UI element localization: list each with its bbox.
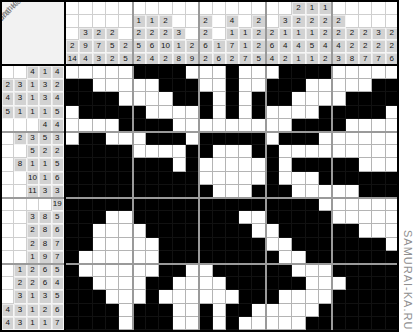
grid-cell-r8c12[interactable]	[213, 158, 226, 171]
grid-cell-r17c25[interactable]	[386, 277, 399, 290]
grid-cell-r12c2[interactable]	[79, 211, 92, 224]
grid-cell-r5c15[interactable]	[252, 119, 265, 132]
grid-cell-r7c18[interactable]	[292, 145, 305, 158]
grid-cell-r9c16[interactable]	[266, 172, 279, 185]
grid-cell-r9c18[interactable]	[292, 172, 305, 185]
grid-cell-r3c20[interactable]	[319, 92, 332, 105]
grid-cell-r15c2[interactable]	[79, 251, 92, 264]
grid-cell-r19c10[interactable]	[186, 304, 199, 317]
grid-cell-r17c3[interactable]	[93, 277, 106, 290]
grid-cell-r8c13[interactable]	[226, 158, 239, 171]
grid-cell-r12c23[interactable]	[359, 211, 372, 224]
grid-cell-r12c8[interactable]	[159, 211, 172, 224]
grid-cell-r15c20[interactable]	[319, 251, 332, 264]
grid-cell-r2c18[interactable]	[292, 79, 305, 92]
grid-cell-r17c18[interactable]	[292, 277, 305, 290]
grid-cell-r20c18[interactable]	[292, 317, 305, 330]
grid-cell-r3c2[interactable]	[79, 92, 92, 105]
grid-cell-r13c20[interactable]	[319, 224, 332, 237]
grid-cell-r11c4[interactable]	[106, 198, 119, 211]
grid-cell-r4c6[interactable]	[133, 106, 146, 119]
puzzle-grid[interactable]	[66, 66, 399, 330]
grid-cell-r20c5[interactable]	[119, 317, 132, 330]
grid-cell-r4c2[interactable]	[79, 106, 92, 119]
grid-cell-r11c12[interactable]	[213, 198, 226, 211]
grid-cell-r1c12[interactable]	[213, 66, 226, 79]
grid-cell-r13c10[interactable]	[186, 224, 199, 237]
grid-cell-r7c1[interactable]	[66, 145, 79, 158]
grid-cell-r17c16[interactable]	[266, 277, 279, 290]
grid-cell-r3c19[interactable]	[306, 92, 319, 105]
grid-cell-r10c9[interactable]	[173, 185, 186, 198]
grid-cell-r16c24[interactable]	[372, 264, 385, 277]
grid-cell-r16c15[interactable]	[252, 264, 265, 277]
grid-cell-r19c23[interactable]	[359, 304, 372, 317]
grid-cell-r7c7[interactable]	[146, 145, 159, 158]
grid-cell-r15c12[interactable]	[213, 251, 226, 264]
grid-cell-r16c11[interactable]	[199, 264, 212, 277]
grid-cell-r2c16[interactable]	[266, 79, 279, 92]
grid-cell-r16c1[interactable]	[66, 264, 79, 277]
grid-cell-r8c19[interactable]	[306, 158, 319, 171]
grid-cell-r2c15[interactable]	[252, 79, 265, 92]
grid-cell-r3c3[interactable]	[93, 92, 106, 105]
grid-cell-r5c6[interactable]	[133, 119, 146, 132]
grid-cell-r8c17[interactable]	[279, 158, 292, 171]
grid-cell-r19c4[interactable]	[106, 304, 119, 317]
grid-cell-r6c5[interactable]	[119, 132, 132, 145]
grid-cell-r14c1[interactable]	[66, 238, 79, 251]
grid-cell-r20c25[interactable]	[386, 317, 399, 330]
grid-cell-r7c5[interactable]	[119, 145, 132, 158]
grid-cell-r11c7[interactable]	[146, 198, 159, 211]
grid-cell-r18c13[interactable]	[226, 290, 239, 303]
grid-cell-r12c19[interactable]	[306, 211, 319, 224]
grid-cell-r14c7[interactable]	[146, 238, 159, 251]
grid-cell-r7c24[interactable]	[372, 145, 385, 158]
grid-cell-r7c22[interactable]	[346, 145, 359, 158]
grid-cell-r12c14[interactable]	[239, 211, 252, 224]
grid-cell-r15c7[interactable]	[146, 251, 159, 264]
grid-cell-r3c24[interactable]	[372, 92, 385, 105]
grid-cell-r5c24[interactable]	[372, 119, 385, 132]
grid-cell-r13c23[interactable]	[359, 224, 372, 237]
grid-cell-r16c23[interactable]	[359, 264, 372, 277]
grid-cell-r12c24[interactable]	[372, 211, 385, 224]
grid-cell-r19c6[interactable]	[133, 304, 146, 317]
grid-cell-r18c11[interactable]	[199, 290, 212, 303]
grid-cell-r16c10[interactable]	[186, 264, 199, 277]
grid-cell-r2c24[interactable]	[372, 79, 385, 92]
grid-cell-r19c12[interactable]	[213, 304, 226, 317]
grid-cell-r19c2[interactable]	[79, 304, 92, 317]
grid-cell-r17c6[interactable]	[133, 277, 146, 290]
grid-cell-r13c7[interactable]	[146, 224, 159, 237]
grid-cell-r4c17[interactable]	[279, 106, 292, 119]
grid-cell-r18c5[interactable]	[119, 290, 132, 303]
grid-cell-r2c12[interactable]	[213, 79, 226, 92]
grid-cell-r12c3[interactable]	[93, 211, 106, 224]
grid-cell-r3c9[interactable]	[173, 92, 186, 105]
grid-cell-r13c11[interactable]	[199, 224, 212, 237]
grid-cell-r1c20[interactable]	[319, 66, 332, 79]
grid-cell-r18c17[interactable]	[279, 290, 292, 303]
grid-cell-r10c3[interactable]	[93, 185, 106, 198]
grid-cell-r4c9[interactable]	[173, 106, 186, 119]
grid-cell-r18c21[interactable]	[332, 290, 345, 303]
grid-cell-r19c25[interactable]	[386, 304, 399, 317]
grid-cell-r14c16[interactable]	[266, 238, 279, 251]
grid-cell-r9c2[interactable]	[79, 172, 92, 185]
grid-cell-r6c1[interactable]	[66, 132, 79, 145]
grid-cell-r20c11[interactable]	[199, 317, 212, 330]
grid-cell-r3c5[interactable]	[119, 92, 132, 105]
grid-cell-r4c11[interactable]	[199, 106, 212, 119]
grid-cell-r19c15[interactable]	[252, 304, 265, 317]
grid-cell-r2c6[interactable]	[133, 79, 146, 92]
grid-cell-r5c16[interactable]	[266, 119, 279, 132]
grid-cell-r16c3[interactable]	[93, 264, 106, 277]
grid-cell-r8c23[interactable]	[359, 158, 372, 171]
grid-cell-r1c23[interactable]	[359, 66, 372, 79]
grid-cell-r20c12[interactable]	[213, 317, 226, 330]
grid-cell-r11c2[interactable]	[79, 198, 92, 211]
grid-cell-r8c20[interactable]	[319, 158, 332, 171]
grid-cell-r5c7[interactable]	[146, 119, 159, 132]
grid-cell-r5c14[interactable]	[239, 119, 252, 132]
grid-cell-r11c25[interactable]	[386, 198, 399, 211]
grid-cell-r10c5[interactable]	[119, 185, 132, 198]
grid-cell-r8c21[interactable]	[332, 158, 345, 171]
grid-cell-r1c4[interactable]	[106, 66, 119, 79]
grid-cell-r6c23[interactable]	[359, 132, 372, 145]
grid-cell-r6c9[interactable]	[173, 132, 186, 145]
grid-cell-r10c21[interactable]	[332, 185, 345, 198]
grid-cell-r20c13[interactable]	[226, 317, 239, 330]
grid-cell-r13c4[interactable]	[106, 224, 119, 237]
grid-cell-r5c3[interactable]	[93, 119, 106, 132]
grid-cell-r13c12[interactable]	[213, 224, 226, 237]
grid-cell-r10c12[interactable]	[213, 185, 226, 198]
grid-cell-r3c18[interactable]	[292, 92, 305, 105]
grid-cell-r16c18[interactable]	[292, 264, 305, 277]
grid-cell-r4c16[interactable]	[266, 106, 279, 119]
grid-cell-r9c10[interactable]	[186, 172, 199, 185]
grid-cell-r16c17[interactable]	[279, 264, 292, 277]
grid-cell-r4c23[interactable]	[359, 106, 372, 119]
grid-cell-r10c24[interactable]	[372, 185, 385, 198]
grid-cell-r7c20[interactable]	[319, 145, 332, 158]
grid-cell-r3c17[interactable]	[279, 92, 292, 105]
grid-cell-r1c5[interactable]	[119, 66, 132, 79]
grid-cell-r8c4[interactable]	[106, 158, 119, 171]
grid-cell-r3c7[interactable]	[146, 92, 159, 105]
grid-cell-r17c22[interactable]	[346, 277, 359, 290]
grid-cell-r18c3[interactable]	[93, 290, 106, 303]
grid-cell-r4c8[interactable]	[159, 106, 172, 119]
grid-cell-r19c8[interactable]	[159, 304, 172, 317]
grid-cell-r12c15[interactable]	[252, 211, 265, 224]
grid-cell-r4c7[interactable]	[146, 106, 159, 119]
grid-cell-r18c23[interactable]	[359, 290, 372, 303]
grid-cell-r3c22[interactable]	[346, 92, 359, 105]
grid-cell-r17c4[interactable]	[106, 277, 119, 290]
grid-cell-r9c14[interactable]	[239, 172, 252, 185]
grid-cell-r9c8[interactable]	[159, 172, 172, 185]
grid-cell-r15c1[interactable]	[66, 251, 79, 264]
grid-cell-r5c8[interactable]	[159, 119, 172, 132]
grid-cell-r6c18[interactable]	[292, 132, 305, 145]
grid-cell-r6c2[interactable]	[79, 132, 92, 145]
grid-cell-r6c15[interactable]	[252, 132, 265, 145]
grid-cell-r12c1[interactable]	[66, 211, 79, 224]
grid-cell-r8c25[interactable]	[386, 158, 399, 171]
grid-cell-r6c4[interactable]	[106, 132, 119, 145]
grid-cell-r3c15[interactable]	[252, 92, 265, 105]
grid-cell-r4c10[interactable]	[186, 106, 199, 119]
grid-cell-r14c3[interactable]	[93, 238, 106, 251]
grid-cell-r20c1[interactable]	[66, 317, 79, 330]
grid-cell-r4c21[interactable]	[332, 106, 345, 119]
grid-cell-r7c11[interactable]	[199, 145, 212, 158]
grid-cell-r14c20[interactable]	[319, 238, 332, 251]
grid-cell-r16c19[interactable]	[306, 264, 319, 277]
grid-cell-r6c22[interactable]	[346, 132, 359, 145]
grid-cell-r15c21[interactable]	[332, 251, 345, 264]
grid-cell-r4c3[interactable]	[93, 106, 106, 119]
grid-cell-r18c20[interactable]	[319, 290, 332, 303]
grid-cell-r13c16[interactable]	[266, 224, 279, 237]
grid-cell-r16c22[interactable]	[346, 264, 359, 277]
grid-cell-r18c2[interactable]	[79, 290, 92, 303]
grid-cell-r20c6[interactable]	[133, 317, 146, 330]
grid-cell-r6c10[interactable]	[186, 132, 199, 145]
grid-cell-r15c19[interactable]	[306, 251, 319, 264]
grid-cell-r18c4[interactable]	[106, 290, 119, 303]
grid-cell-r20c19[interactable]	[306, 317, 319, 330]
grid-cell-r17c21[interactable]	[332, 277, 345, 290]
grid-cell-r17c23[interactable]	[359, 277, 372, 290]
grid-cell-r11c6[interactable]	[133, 198, 146, 211]
grid-cell-r2c9[interactable]	[173, 79, 186, 92]
grid-cell-r20c9[interactable]	[173, 317, 186, 330]
grid-cell-r9c6[interactable]	[133, 172, 146, 185]
grid-cell-r17c2[interactable]	[79, 277, 92, 290]
grid-cell-r14c2[interactable]	[79, 238, 92, 251]
grid-cell-r9c20[interactable]	[319, 172, 332, 185]
grid-cell-r20c17[interactable]	[279, 317, 292, 330]
grid-cell-r8c6[interactable]	[133, 158, 146, 171]
grid-cell-r10c1[interactable]	[66, 185, 79, 198]
grid-cell-r19c20[interactable]	[319, 304, 332, 317]
grid-cell-r10c25[interactable]	[386, 185, 399, 198]
grid-cell-r4c14[interactable]	[239, 106, 252, 119]
grid-cell-r9c21[interactable]	[332, 172, 345, 185]
grid-cell-r19c1[interactable]	[66, 304, 79, 317]
grid-cell-r2c21[interactable]	[332, 79, 345, 92]
grid-cell-r11c21[interactable]	[332, 198, 345, 211]
grid-cell-r14c14[interactable]	[239, 238, 252, 251]
grid-cell-r10c15[interactable]	[252, 185, 265, 198]
grid-cell-r1c19[interactable]	[306, 66, 319, 79]
grid-cell-r1c1[interactable]	[66, 66, 79, 79]
grid-cell-r11c1[interactable]	[66, 198, 79, 211]
grid-cell-r5c9[interactable]	[173, 119, 186, 132]
grid-cell-r1c3[interactable]	[93, 66, 106, 79]
grid-cell-r6c3[interactable]	[93, 132, 106, 145]
grid-cell-r3c8[interactable]	[159, 92, 172, 105]
grid-cell-r9c4[interactable]	[106, 172, 119, 185]
grid-cell-r1c8[interactable]	[159, 66, 172, 79]
grid-cell-r17c24[interactable]	[372, 277, 385, 290]
grid-cell-r2c3[interactable]	[93, 79, 106, 92]
grid-cell-r7c17[interactable]	[279, 145, 292, 158]
grid-cell-r4c25[interactable]	[386, 106, 399, 119]
grid-cell-r17c1[interactable]	[66, 277, 79, 290]
grid-cell-r10c17[interactable]	[279, 185, 292, 198]
grid-cell-r15c8[interactable]	[159, 251, 172, 264]
grid-cell-r5c1[interactable]	[66, 119, 79, 132]
grid-cell-r13c18[interactable]	[292, 224, 305, 237]
grid-cell-r9c13[interactable]	[226, 172, 239, 185]
grid-cell-r15c5[interactable]	[119, 251, 132, 264]
grid-cell-r19c9[interactable]	[173, 304, 186, 317]
grid-cell-r8c9[interactable]	[173, 158, 186, 171]
grid-cell-r8c11[interactable]	[199, 158, 212, 171]
grid-cell-r2c14[interactable]	[239, 79, 252, 92]
grid-cell-r1c9[interactable]	[173, 66, 186, 79]
grid-cell-r10c13[interactable]	[226, 185, 239, 198]
grid-cell-r13c9[interactable]	[173, 224, 186, 237]
grid-cell-r17c9[interactable]	[173, 277, 186, 290]
grid-cell-r7c14[interactable]	[239, 145, 252, 158]
grid-cell-r7c12[interactable]	[213, 145, 226, 158]
grid-cell-r14c23[interactable]	[359, 238, 372, 251]
grid-cell-r9c9[interactable]	[173, 172, 186, 185]
grid-cell-r19c24[interactable]	[372, 304, 385, 317]
grid-cell-r12c12[interactable]	[213, 211, 226, 224]
grid-cell-r1c6[interactable]	[133, 66, 146, 79]
grid-cell-r10c10[interactable]	[186, 185, 199, 198]
grid-cell-r2c1[interactable]	[66, 79, 79, 92]
grid-cell-r1c10[interactable]	[186, 66, 199, 79]
grid-cell-r13c21[interactable]	[332, 224, 345, 237]
grid-cell-r18c7[interactable]	[146, 290, 159, 303]
grid-cell-r17c7[interactable]	[146, 277, 159, 290]
grid-cell-r18c25[interactable]	[386, 290, 399, 303]
grid-cell-r14c24[interactable]	[372, 238, 385, 251]
grid-cell-r4c15[interactable]	[252, 106, 265, 119]
grid-cell-r12c13[interactable]	[226, 211, 239, 224]
grid-cell-r2c4[interactable]	[106, 79, 119, 92]
grid-cell-r10c14[interactable]	[239, 185, 252, 198]
grid-cell-r12c16[interactable]	[266, 211, 279, 224]
grid-cell-r11c9[interactable]	[173, 198, 186, 211]
grid-cell-r7c13[interactable]	[226, 145, 239, 158]
grid-cell-r13c6[interactable]	[133, 224, 146, 237]
grid-cell-r16c20[interactable]	[319, 264, 332, 277]
grid-cell-r2c7[interactable]	[146, 79, 159, 92]
grid-cell-r1c21[interactable]	[332, 66, 345, 79]
grid-cell-r1c24[interactable]	[372, 66, 385, 79]
grid-cell-r17c12[interactable]	[213, 277, 226, 290]
grid-cell-r5c12[interactable]	[213, 119, 226, 132]
grid-cell-r2c17[interactable]	[279, 79, 292, 92]
grid-cell-r4c1[interactable]	[66, 106, 79, 119]
grid-cell-r13c8[interactable]	[159, 224, 172, 237]
grid-cell-r7c4[interactable]	[106, 145, 119, 158]
grid-cell-r19c17[interactable]	[279, 304, 292, 317]
grid-cell-r9c25[interactable]	[386, 172, 399, 185]
grid-cell-r19c16[interactable]	[266, 304, 279, 317]
grid-cell-r11c20[interactable]	[319, 198, 332, 211]
grid-cell-r12c5[interactable]	[119, 211, 132, 224]
grid-cell-r6c16[interactable]	[266, 132, 279, 145]
grid-cell-r5c22[interactable]	[346, 119, 359, 132]
grid-cell-r12c6[interactable]	[133, 211, 146, 224]
grid-cell-r12c10[interactable]	[186, 211, 199, 224]
grid-cell-r5c5[interactable]	[119, 119, 132, 132]
grid-cell-r6c6[interactable]	[133, 132, 146, 145]
grid-cell-r1c15[interactable]	[252, 66, 265, 79]
grid-cell-r8c15[interactable]	[252, 158, 265, 171]
grid-cell-r11c14[interactable]	[239, 198, 252, 211]
grid-cell-r15c3[interactable]	[93, 251, 106, 264]
grid-cell-r10c6[interactable]	[133, 185, 146, 198]
grid-cell-r8c2[interactable]	[79, 158, 92, 171]
grid-cell-r1c14[interactable]	[239, 66, 252, 79]
grid-cell-r7c21[interactable]	[332, 145, 345, 158]
grid-cell-r15c13[interactable]	[226, 251, 239, 264]
grid-cell-r2c20[interactable]	[319, 79, 332, 92]
grid-cell-r16c21[interactable]	[332, 264, 345, 277]
grid-cell-r13c1[interactable]	[66, 224, 79, 237]
grid-cell-r17c17[interactable]	[279, 277, 292, 290]
grid-cell-r8c14[interactable]	[239, 158, 252, 171]
grid-cell-r8c16[interactable]	[266, 158, 279, 171]
grid-cell-r19c3[interactable]	[93, 304, 106, 317]
grid-cell-r14c11[interactable]	[199, 238, 212, 251]
grid-cell-r13c24[interactable]	[372, 224, 385, 237]
grid-cell-r3c6[interactable]	[133, 92, 146, 105]
grid-cell-r15c11[interactable]	[199, 251, 212, 264]
grid-cell-r7c25[interactable]	[386, 145, 399, 158]
grid-cell-r20c7[interactable]	[146, 317, 159, 330]
grid-cell-r11c3[interactable]	[93, 198, 106, 211]
grid-cell-r11c15[interactable]	[252, 198, 265, 211]
grid-cell-r16c13[interactable]	[226, 264, 239, 277]
grid-cell-r1c13[interactable]	[226, 66, 239, 79]
grid-cell-r7c3[interactable]	[93, 145, 106, 158]
grid-cell-r20c14[interactable]	[239, 317, 252, 330]
grid-cell-r6c20[interactable]	[319, 132, 332, 145]
grid-cell-r11c23[interactable]	[359, 198, 372, 211]
grid-cell-r12c17[interactable]	[279, 211, 292, 224]
grid-cell-r20c10[interactable]	[186, 317, 199, 330]
grid-cell-r18c16[interactable]	[266, 290, 279, 303]
grid-cell-r17c13[interactable]	[226, 277, 239, 290]
grid-cell-r15c6[interactable]	[133, 251, 146, 264]
grid-cell-r14c13[interactable]	[226, 238, 239, 251]
grid-cell-r16c2[interactable]	[79, 264, 92, 277]
grid-cell-r15c4[interactable]	[106, 251, 119, 264]
grid-cell-r7c2[interactable]	[79, 145, 92, 158]
grid-cell-r11c13[interactable]	[226, 198, 239, 211]
grid-cell-r1c11[interactable]	[199, 66, 212, 79]
grid-cell-r4c19[interactable]	[306, 106, 319, 119]
grid-cell-r4c20[interactable]	[319, 106, 332, 119]
grid-cell-r6c7[interactable]	[146, 132, 159, 145]
